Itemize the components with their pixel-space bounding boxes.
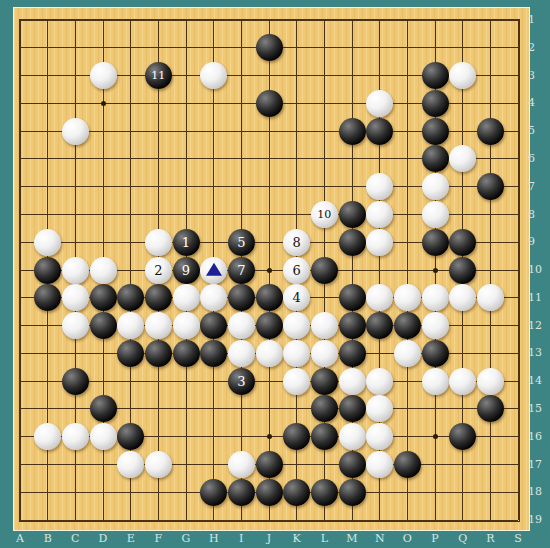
move-number-10: 10 <box>317 209 331 220</box>
stone-white-N8[interactable] <box>366 201 393 228</box>
stone-black-P6[interactable] <box>422 145 449 172</box>
row-label-15: 15 <box>528 402 546 416</box>
stone-white-P12[interactable] <box>422 312 449 339</box>
stone-white-O13[interactable] <box>394 340 421 367</box>
row-label-5: 5 <box>528 124 546 138</box>
stone-black-J17[interactable] <box>256 451 283 478</box>
stone-black-H18[interactable] <box>200 479 227 506</box>
stone-white-E17[interactable] <box>117 451 144 478</box>
row-label-3: 3 <box>528 69 546 83</box>
stone-black-M18[interactable] <box>339 479 366 506</box>
stone-black-K18[interactable] <box>283 479 310 506</box>
stone-white-M14[interactable] <box>339 368 366 395</box>
stone-black-M15[interactable] <box>339 395 366 422</box>
column-label-E: E <box>122 532 140 546</box>
stone-black-F13[interactable] <box>145 340 172 367</box>
stone-white-N4[interactable] <box>366 90 393 117</box>
move-number-4: 4 <box>293 291 301 304</box>
row-label-17: 17 <box>528 458 546 472</box>
row-label-13: 13 <box>528 346 546 360</box>
stone-white-P14[interactable] <box>422 368 449 395</box>
stone-white-D16[interactable] <box>90 423 117 450</box>
stone-black-Q10[interactable] <box>449 257 476 284</box>
stone-black-J18[interactable] <box>256 479 283 506</box>
stone-white-R14[interactable] <box>477 368 504 395</box>
stone-black-M12[interactable] <box>339 312 366 339</box>
row-label-19: 19 <box>528 513 546 527</box>
stone-black-R5[interactable] <box>477 118 504 145</box>
star-point <box>433 268 438 273</box>
stone-black-L10[interactable] <box>311 257 338 284</box>
stone-white-C10[interactable] <box>62 257 89 284</box>
column-label-P: P <box>426 532 444 546</box>
stone-black-P9[interactable] <box>422 229 449 256</box>
stone-black-D12[interactable] <box>90 312 117 339</box>
row-label-12: 12 <box>528 319 546 333</box>
stone-white-F17[interactable] <box>145 451 172 478</box>
stone-white-L13[interactable] <box>311 340 338 367</box>
move-number-1: 1 <box>182 236 190 249</box>
stone-black-O12[interactable] <box>394 312 421 339</box>
column-label-D: D <box>94 532 112 546</box>
stone-white-C16[interactable] <box>62 423 89 450</box>
stone-black-L14[interactable] <box>311 368 338 395</box>
stone-white-H10[interactable] <box>200 257 227 284</box>
stone-white-G11[interactable] <box>173 284 200 311</box>
column-label-K: K <box>288 532 306 546</box>
stone-white-K14[interactable] <box>283 368 310 395</box>
stone-black-P5[interactable] <box>422 118 449 145</box>
move-number-6: 6 <box>293 264 301 277</box>
stone-black-I11[interactable] <box>228 284 255 311</box>
stone-black-D15[interactable] <box>90 395 117 422</box>
move-number-8: 8 <box>293 236 301 249</box>
column-label-H: H <box>205 532 223 546</box>
stone-white-K10[interactable]: 6 <box>283 257 310 284</box>
stone-white-P7[interactable] <box>422 173 449 200</box>
star-point <box>267 434 272 439</box>
column-label-M: M <box>343 532 361 546</box>
stone-white-J13[interactable] <box>256 340 283 367</box>
stone-black-J11[interactable] <box>256 284 283 311</box>
stone-white-F9[interactable] <box>145 229 172 256</box>
stone-black-I10[interactable]: 7 <box>228 257 255 284</box>
column-label-J: J <box>260 532 278 546</box>
row-label-4: 4 <box>528 96 546 110</box>
stone-black-O17[interactable] <box>394 451 421 478</box>
triangle-marker <box>206 263 222 276</box>
column-label-N: N <box>371 532 389 546</box>
stone-black-Q9[interactable] <box>449 229 476 256</box>
column-label-S: S <box>509 532 527 546</box>
stone-white-M16[interactable] <box>339 423 366 450</box>
stone-black-P4[interactable] <box>422 90 449 117</box>
stone-black-G9[interactable]: 1 <box>173 229 200 256</box>
stone-black-M9[interactable] <box>339 229 366 256</box>
row-label-7: 7 <box>528 180 546 194</box>
row-label-11: 11 <box>528 291 546 305</box>
go-board[interactable]: 1115973108264 <box>13 7 530 531</box>
column-label-C: C <box>66 532 84 546</box>
stone-black-I9[interactable]: 5 <box>228 229 255 256</box>
stone-white-G12[interactable] <box>173 312 200 339</box>
stone-black-M8[interactable] <box>339 201 366 228</box>
stone-white-C12[interactable] <box>62 312 89 339</box>
column-label-F: F <box>149 532 167 546</box>
stone-white-H3[interactable] <box>200 62 227 89</box>
move-number-7: 7 <box>237 264 245 277</box>
stone-black-M13[interactable] <box>339 340 366 367</box>
stone-black-E13[interactable] <box>117 340 144 367</box>
stone-white-P8[interactable] <box>422 201 449 228</box>
row-label-8: 8 <box>528 208 546 222</box>
stone-white-D3[interactable] <box>90 62 117 89</box>
stone-black-M17[interactable] <box>339 451 366 478</box>
stone-black-F11[interactable] <box>145 284 172 311</box>
star-point <box>101 101 106 106</box>
stone-black-I14[interactable]: 3 <box>228 368 255 395</box>
column-label-A: A <box>11 532 29 546</box>
stone-white-N14[interactable] <box>366 368 393 395</box>
stone-white-N9[interactable] <box>366 229 393 256</box>
row-label-9: 9 <box>528 235 546 249</box>
stone-black-R7[interactable] <box>477 173 504 200</box>
stone-black-G13[interactable] <box>173 340 200 367</box>
row-label-6: 6 <box>528 152 546 166</box>
column-label-R: R <box>481 532 499 546</box>
stone-black-J2[interactable] <box>256 34 283 61</box>
stone-white-L12[interactable] <box>311 312 338 339</box>
go-diagram-window: 1115973108264 ABCDEFGHIJKLMNOPQRS1234567… <box>0 0 550 548</box>
stone-white-C5[interactable] <box>62 118 89 145</box>
stone-black-F3[interactable]: 11 <box>145 62 172 89</box>
row-label-10: 10 <box>528 263 546 277</box>
row-label-14: 14 <box>528 374 546 388</box>
move-number-9: 9 <box>182 264 190 277</box>
stone-white-I13[interactable] <box>228 340 255 367</box>
stone-black-L16[interactable] <box>311 423 338 450</box>
stone-black-N5[interactable] <box>366 118 393 145</box>
column-label-O: O <box>398 532 416 546</box>
column-label-L: L <box>315 532 333 546</box>
column-label-G: G <box>177 532 195 546</box>
stone-black-P13[interactable] <box>422 340 449 367</box>
stone-white-B9[interactable] <box>34 229 61 256</box>
stone-white-F10[interactable]: 2 <box>145 257 172 284</box>
star-point <box>433 434 438 439</box>
row-label-2: 2 <box>528 41 546 55</box>
star-point <box>267 268 272 273</box>
stone-black-G10[interactable]: 9 <box>173 257 200 284</box>
row-label-1: 1 <box>528 13 546 27</box>
stone-black-J12[interactable] <box>256 312 283 339</box>
row-label-16: 16 <box>528 430 546 444</box>
stone-black-P3[interactable] <box>422 62 449 89</box>
stone-white-I12[interactable] <box>228 312 255 339</box>
column-label-B: B <box>39 532 57 546</box>
stone-white-N17[interactable] <box>366 451 393 478</box>
stone-black-B10[interactable] <box>34 257 61 284</box>
stone-black-D11[interactable] <box>90 284 117 311</box>
stone-white-R11[interactable] <box>477 284 504 311</box>
stone-white-P11[interactable] <box>422 284 449 311</box>
stone-black-J4[interactable] <box>256 90 283 117</box>
move-number-2: 2 <box>154 264 162 277</box>
stone-white-C11[interactable] <box>62 284 89 311</box>
stone-white-D10[interactable] <box>90 257 117 284</box>
stone-black-I18[interactable] <box>228 479 255 506</box>
move-number-5: 5 <box>237 236 245 249</box>
move-number-11: 11 <box>151 70 165 81</box>
column-label-Q: Q <box>454 532 472 546</box>
stone-black-M11[interactable] <box>339 284 366 311</box>
stone-white-K9[interactable]: 8 <box>283 229 310 256</box>
stone-black-L18[interactable] <box>311 479 338 506</box>
stone-black-M5[interactable] <box>339 118 366 145</box>
stone-white-I17[interactable] <box>228 451 255 478</box>
stone-white-L8[interactable]: 10 <box>311 201 338 228</box>
row-label-18: 18 <box>528 485 546 499</box>
stone-black-H13[interactable] <box>200 340 227 367</box>
stone-black-C14[interactable] <box>62 368 89 395</box>
column-label-I: I <box>232 532 250 546</box>
stone-white-K13[interactable] <box>283 340 310 367</box>
stone-white-Q14[interactable] <box>449 368 476 395</box>
move-number-3: 3 <box>237 375 245 388</box>
stone-white-F12[interactable] <box>145 312 172 339</box>
stone-white-O11[interactable] <box>394 284 421 311</box>
